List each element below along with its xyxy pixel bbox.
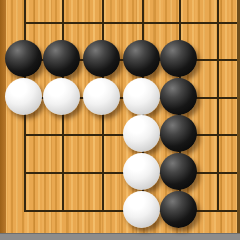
grid-line-h-1 [25, 22, 240, 24]
go-board [0, 0, 240, 240]
board-surface[interactable] [0, 0, 240, 240]
black-stone [43, 40, 80, 77]
white-stone [5, 78, 42, 115]
black-stone [160, 191, 197, 228]
white-stone [123, 153, 160, 190]
table-edge-bar [0, 233, 240, 240]
white-stone [43, 78, 80, 115]
white-stone [123, 191, 160, 228]
black-stone [160, 40, 197, 77]
black-stone [160, 78, 197, 115]
white-stone [123, 115, 160, 152]
white-stone [83, 78, 120, 115]
grid-line-v-6 [217, 0, 219, 212]
black-stone [83, 40, 120, 77]
white-stone [123, 78, 160, 115]
black-stone [5, 40, 42, 77]
board-right-edge [237, 0, 240, 233]
black-stone [160, 153, 197, 190]
black-stone [160, 115, 197, 152]
board-left-edge [0, 0, 6, 233]
black-stone [123, 40, 160, 77]
